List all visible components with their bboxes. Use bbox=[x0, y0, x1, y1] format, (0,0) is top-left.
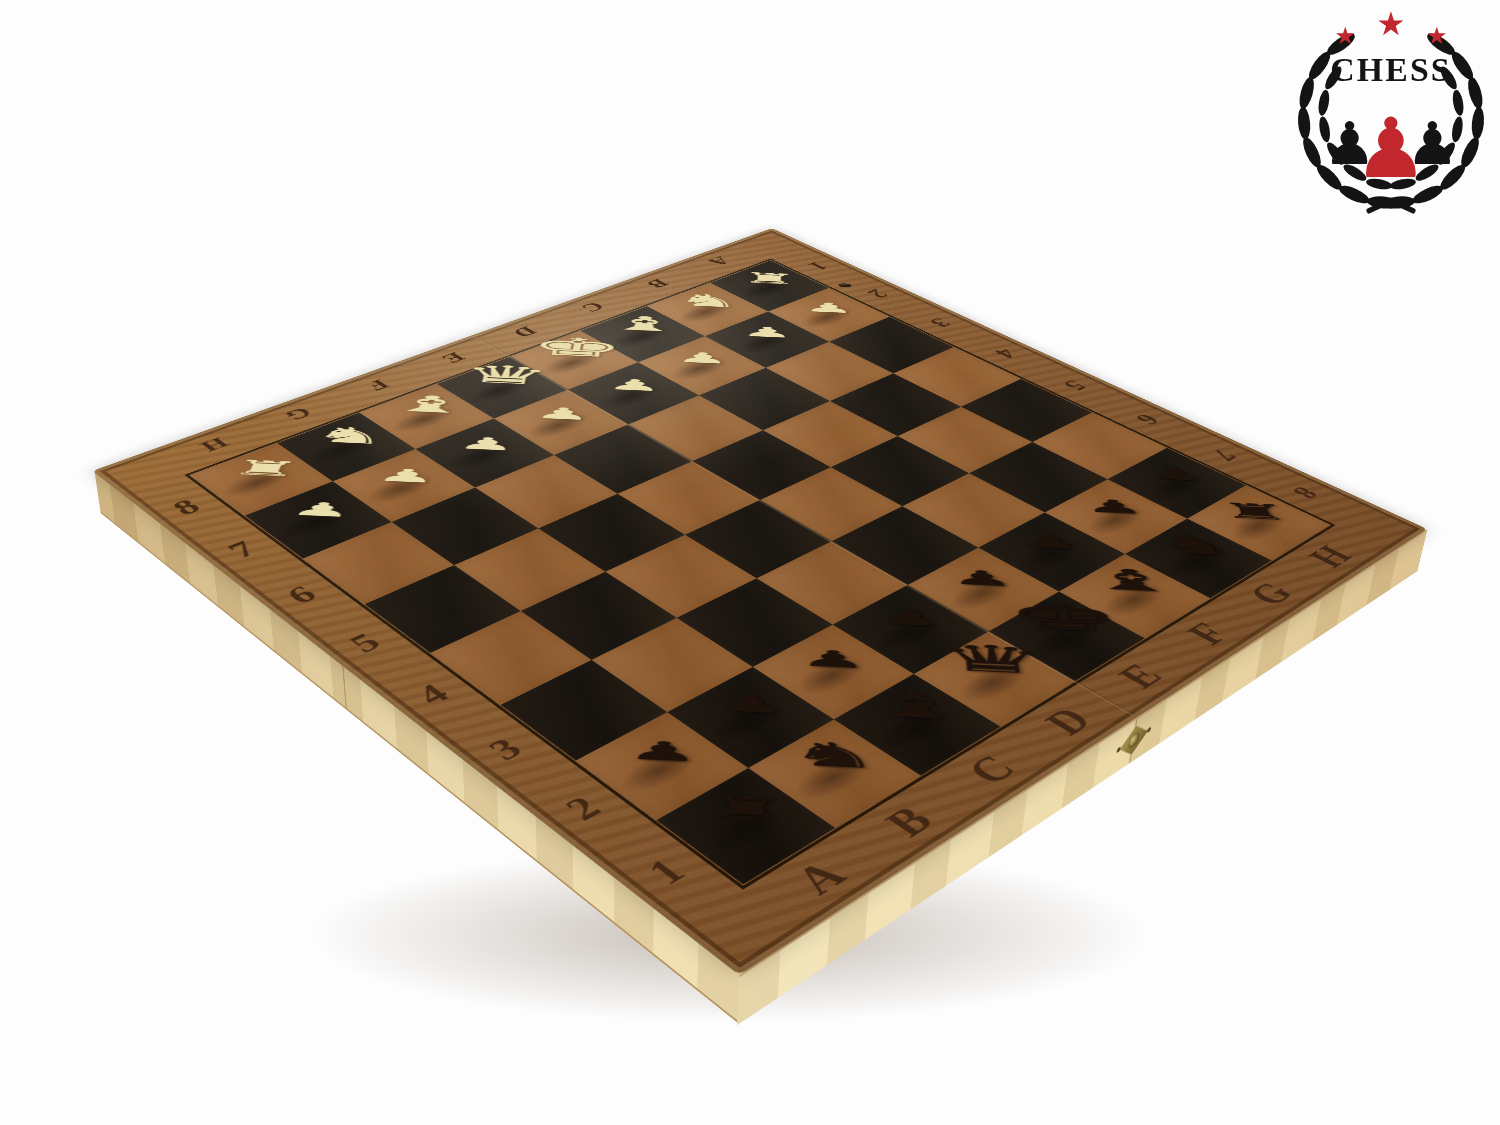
rank-label-left: 7 bbox=[206, 530, 279, 569]
white-pawn-glyph: ♟ bbox=[456, 434, 519, 453]
square-d2[interactable] bbox=[833, 585, 989, 674]
piece-black-bishop-f1[interactable]: ♝ bbox=[1074, 555, 1188, 597]
square-c5[interactable] bbox=[538, 494, 685, 572]
square-b4[interactable] bbox=[521, 572, 677, 660]
file-label-front: F bbox=[1169, 612, 1247, 656]
piece-black-pawn-d2[interactable]: ♟ bbox=[854, 586, 965, 630]
piece-white-pawn-g7[interactable]: ♟ bbox=[723, 312, 811, 341]
black-king-glyph: ♚ bbox=[1004, 595, 1124, 637]
rank-label-left: 8 bbox=[151, 489, 222, 525]
scene-rotation-wrapper: AHBGCFDEEDFCGBHA8172635445362718♜♞♝♛♚♝♞♜… bbox=[0, 0, 1500, 1125]
rank-label-left: 3 bbox=[463, 724, 546, 775]
black-bishop-glyph: ♝ bbox=[1083, 564, 1181, 597]
piece-white-pawn-e7[interactable]: ♟ bbox=[587, 363, 683, 395]
square-e1[interactable] bbox=[989, 592, 1145, 681]
file-label-front: G bbox=[1233, 573, 1308, 615]
white-pawn-glyph: ♟ bbox=[533, 404, 593, 422]
piece-black-pawn-f2[interactable]: ♟ bbox=[995, 513, 1104, 553]
file-label-front: B bbox=[865, 793, 954, 851]
piece-white-pawn-h7[interactable]: ♟ bbox=[786, 288, 872, 316]
piece-black-pawn-c2[interactable]: ♟ bbox=[776, 626, 890, 673]
star-icon: ★ bbox=[1426, 22, 1448, 50]
piece-black-bishop-c1[interactable]: ♝ bbox=[857, 675, 976, 725]
piece-black-king-e1[interactable]: ♚ bbox=[1006, 593, 1122, 638]
square-d4[interactable] bbox=[685, 500, 832, 578]
chessboard-scene: AHBGCFDEEDFCGBHA8172635445362718♜♞♝♛♚♝♞♜… bbox=[267, 7, 1252, 992]
black-bishop-glyph: ♝ bbox=[865, 686, 967, 725]
square-b2[interactable] bbox=[667, 667, 834, 768]
piece-shadow bbox=[862, 608, 954, 660]
rank-label-left: 5 bbox=[326, 621, 403, 665]
piece-shadow bbox=[945, 656, 1038, 711]
piece-white-bishop-f8[interactable]: ♝ bbox=[599, 307, 690, 336]
piece-shadow bbox=[697, 693, 797, 752]
piece-white-rook-a8[interactable]: ♜ bbox=[211, 444, 325, 481]
square-c4[interactable] bbox=[605, 535, 756, 618]
file-label-front: C bbox=[949, 743, 1035, 797]
chess-logo-graphic: ★ ★ ★ CHESS ♟ ♟ ♟ bbox=[1282, 0, 1500, 218]
rank-label-left: 2 bbox=[540, 781, 626, 836]
white-pawn-glyph: ♟ bbox=[287, 499, 356, 520]
piece-black-knight-g1[interactable]: ♞ bbox=[1138, 520, 1251, 560]
white-pawn-glyph: ♟ bbox=[606, 376, 663, 393]
piece-black-rook-h1[interactable]: ♜ bbox=[1198, 486, 1309, 524]
white-bishop-glyph: ♝ bbox=[386, 391, 474, 417]
piece-shadow bbox=[606, 740, 711, 803]
square-a5[interactable] bbox=[365, 565, 521, 653]
square-d1[interactable] bbox=[914, 631, 1075, 726]
hinge-knob-icon bbox=[824, 280, 866, 288]
black-rook-glyph: ♜ bbox=[1217, 499, 1293, 523]
file-label-front: H bbox=[1294, 537, 1367, 576]
piece-black-pawn-e2[interactable]: ♟ bbox=[927, 549, 1037, 591]
square-c1[interactable] bbox=[834, 674, 1001, 776]
star-icon: ★ bbox=[1376, 5, 1405, 43]
piece-white-knight-b8[interactable]: ♞ bbox=[297, 413, 405, 448]
red-pawn-icon: ♟ bbox=[1354, 100, 1428, 197]
square-c3[interactable] bbox=[677, 578, 833, 667]
file-label-front: A bbox=[774, 847, 866, 909]
white-pawn-glyph: ♟ bbox=[803, 300, 854, 315]
square-a4[interactable] bbox=[430, 611, 591, 705]
white-pawn-glyph: ♟ bbox=[675, 350, 730, 367]
black-pawn-glyph: ♟ bbox=[626, 737, 701, 766]
white-king-glyph: ♚ bbox=[527, 333, 626, 362]
piece-white-pawn-d7[interactable]: ♟ bbox=[514, 390, 614, 423]
chess-logo-badge: ★ ★ ★ CHESS ♟ ♟ ♟ bbox=[1282, 0, 1500, 218]
piece-shadow bbox=[688, 797, 796, 865]
black-knight-glyph: ♞ bbox=[788, 737, 881, 774]
piece-white-knight-g8[interactable]: ♞ bbox=[665, 283, 752, 311]
clasp-screw bbox=[1116, 746, 1121, 753]
board-grid bbox=[190, 261, 1329, 885]
piece-shadow bbox=[866, 700, 964, 759]
black-knight-glyph: ♞ bbox=[1152, 531, 1238, 559]
white-knight-glyph: ♞ bbox=[309, 423, 391, 447]
square-f1[interactable] bbox=[1059, 554, 1210, 638]
piece-black-pawn-b2[interactable]: ♟ bbox=[692, 668, 810, 718]
piece-white-king-e8[interactable]: ♚ bbox=[529, 331, 624, 361]
white-pawn-glyph: ♟ bbox=[741, 324, 794, 340]
square-e2[interactable] bbox=[908, 548, 1059, 632]
white-rook-glyph: ♜ bbox=[227, 457, 305, 480]
black-pawn-glyph: ♟ bbox=[1143, 464, 1206, 484]
white-queen-glyph: ♛ bbox=[457, 361, 553, 389]
piece-white-rook-h8[interactable]: ♜ bbox=[728, 261, 812, 287]
white-bishop-glyph: ♝ bbox=[605, 313, 683, 336]
piece-white-queen-d8[interactable]: ♛ bbox=[456, 357, 555, 389]
square-b5[interactable] bbox=[454, 528, 605, 611]
white-pawn-glyph: ♟ bbox=[374, 466, 440, 486]
black-queen-glyph: ♛ bbox=[936, 638, 1050, 680]
piece-white-pawn-a7[interactable]: ♟ bbox=[266, 482, 382, 521]
piece-black-rook-a1[interactable]: ♜ bbox=[683, 770, 810, 827]
piece-white-bishop-c8[interactable]: ♝ bbox=[379, 384, 483, 417]
piece-shadow bbox=[937, 569, 1025, 618]
piece-black-pawn-a2[interactable]: ♟ bbox=[601, 714, 726, 767]
plank-joint-line bbox=[342, 663, 347, 708]
black-pawn-glyph: ♟ bbox=[715, 690, 786, 717]
piece-shadow bbox=[1020, 614, 1109, 666]
square-b3[interactable] bbox=[592, 618, 753, 712]
black-rook-glyph: ♜ bbox=[702, 790, 790, 826]
board-top-face: AHBGCFDEEDFCGBHA8172635445362718♜♞♝♛♚♝♞♜… bbox=[92, 228, 1427, 975]
folding-chess-box: AHBGCFDEEDFCGBHA8172635445362718♜♞♝♛♚♝♞♜… bbox=[92, 228, 1427, 975]
black-pawn-glyph: ♟ bbox=[799, 646, 867, 672]
square-a2[interactable] bbox=[576, 712, 748, 820]
black-pawn-glyph: ♟ bbox=[1082, 496, 1146, 517]
piece-black-queen-d1[interactable]: ♛ bbox=[934, 633, 1051, 680]
piece-black-pawn-g2[interactable]: ♟ bbox=[1059, 480, 1166, 518]
square-a6[interactable] bbox=[303, 522, 454, 604]
piece-black-knight-b1[interactable]: ♞ bbox=[774, 721, 896, 774]
square-a3[interactable] bbox=[501, 660, 668, 761]
square-b6[interactable] bbox=[392, 488, 539, 566]
piece-white-pawn-f7[interactable]: ♟ bbox=[657, 337, 749, 367]
rank-label-left: 6 bbox=[264, 574, 339, 615]
piece-shadow bbox=[783, 649, 879, 704]
piece-white-pawn-b7[interactable]: ♟ bbox=[354, 450, 464, 487]
piece-shadow bbox=[1090, 576, 1176, 625]
white-knight-glyph: ♞ bbox=[675, 291, 742, 310]
black-pawn-glyph: ♟ bbox=[877, 605, 944, 629]
piece-shadow bbox=[267, 501, 361, 546]
logo-title: CHESS bbox=[1330, 51, 1452, 88]
square-c2[interactable] bbox=[753, 625, 914, 720]
piece-black-pawn-h2[interactable]: ♟ bbox=[1120, 449, 1226, 485]
file-label-front: D bbox=[1027, 696, 1110, 746]
piece-white-pawn-c7[interactable]: ♟ bbox=[436, 419, 541, 454]
square-b1[interactable] bbox=[748, 719, 920, 828]
piece-shadow bbox=[780, 747, 883, 810]
rank-label-left: 1 bbox=[622, 842, 711, 901]
clasp-screw bbox=[1147, 726, 1151, 733]
black-pawn-glyph: ♟ bbox=[949, 567, 1015, 590]
black-pawn-glyph: ♟ bbox=[1018, 530, 1083, 552]
file-label-front: E bbox=[1100, 653, 1180, 700]
star-icon: ★ bbox=[1334, 22, 1356, 50]
white-rook-glyph: ♜ bbox=[740, 270, 798, 287]
square-a1[interactable] bbox=[656, 768, 835, 884]
square-d3[interactable] bbox=[757, 541, 908, 624]
square-e3[interactable] bbox=[832, 506, 979, 585]
